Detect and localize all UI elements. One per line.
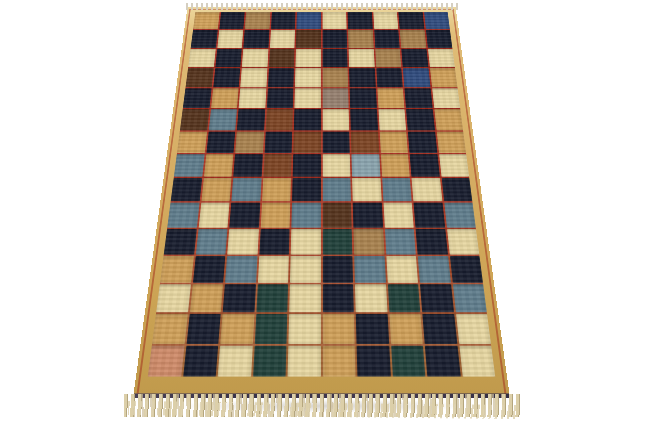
rug-square-dark-teal	[387, 284, 420, 312]
rug-square-red-brown	[293, 131, 320, 153]
rug-square-navy-black	[376, 68, 403, 87]
rug-square-tan-gold	[436, 131, 466, 153]
rug-square-dark-teal	[253, 345, 287, 376]
rug-square-dark-brown	[322, 203, 351, 228]
rug-square-cream	[412, 178, 443, 202]
rug-square-navy-black	[348, 12, 373, 29]
rug-row-9	[171, 178, 473, 202]
rug-square-navy-black	[398, 12, 424, 29]
rug-square-slate-blue	[452, 284, 486, 312]
rug-square-navy-black	[353, 203, 383, 228]
rug-row-2	[191, 30, 453, 48]
rug-square-dark-brown	[296, 30, 321, 48]
rug-square-light-brown-flecked	[322, 68, 348, 87]
rug-square-navy-black	[213, 68, 240, 87]
rug-square-light-brown-flecked	[235, 131, 264, 153]
rug-square-cream	[218, 345, 253, 376]
rug-square-navy-black	[243, 30, 269, 48]
rug-square-cream	[242, 49, 268, 67]
rug-square-cream	[459, 345, 495, 376]
rug-square-navy-black	[215, 49, 242, 67]
rug-square-light-brown-flecked	[375, 49, 401, 67]
rug-square-slate-blue	[322, 178, 351, 202]
rug-square-navy-black	[259, 229, 290, 255]
rug-square-navy-black	[183, 88, 211, 108]
rug-square-cream	[156, 284, 190, 312]
rug-square-red-brown	[351, 131, 379, 153]
rug-square-royal-blue	[296, 12, 320, 29]
rug-square-dark-brown	[180, 109, 209, 130]
rug-square-slate-blue	[231, 178, 261, 202]
rug-square-red-brown	[263, 154, 292, 177]
rug-square-navy-black	[186, 314, 221, 344]
rug-square-navy-black	[219, 12, 245, 29]
rug-square-navy-black	[357, 345, 391, 376]
rug-square-navy-black	[406, 109, 435, 130]
rug-square-cream	[291, 229, 321, 255]
rug-square-navy-black	[374, 30, 400, 48]
rug-square-cream	[373, 12, 398, 29]
rug-square-light-brown-flecked	[400, 30, 426, 48]
rug-square-slate-blue	[291, 203, 320, 228]
rug-square-cream	[349, 49, 375, 67]
rug-square-cream	[239, 88, 266, 108]
rug-square-slate-blue	[195, 229, 227, 255]
rug-row-15	[148, 345, 495, 376]
rug-square-tan-gold	[204, 154, 234, 177]
rug-square-cream	[322, 109, 349, 130]
rug-square-navy-black	[268, 68, 294, 87]
rug-square-light-brown-flecked	[245, 12, 270, 29]
rug-square-cream	[289, 284, 320, 312]
rug-square-tan-gold	[260, 203, 290, 228]
rug-square-light-brown-flecked	[348, 30, 373, 48]
rug-square-cream	[322, 12, 346, 29]
rug-square-tan-gold	[434, 109, 463, 130]
rug-square-navy-black	[322, 49, 347, 67]
rug-square-navy-black	[271, 12, 296, 29]
rug-square-tan-gold	[381, 154, 410, 177]
rug-square-navy-black	[206, 131, 235, 153]
rug-square-cream	[288, 314, 320, 344]
rug-square-slate-blue	[225, 256, 257, 283]
rug-square-navy-black	[192, 256, 225, 283]
rug-square-navy-black	[264, 131, 292, 153]
rug-square-navy-black	[164, 229, 197, 255]
rug-square-navy-black	[322, 30, 347, 48]
rug-square-cream	[257, 256, 288, 283]
rug-photo	[133, 7, 510, 398]
rug-square-navy-black	[449, 256, 482, 283]
rug-square-tan-gold	[430, 68, 458, 87]
rug-row-12	[160, 256, 483, 283]
rug-row-10	[167, 203, 476, 228]
rug-square-navy-black	[422, 314, 457, 344]
rug-square-navy-black	[191, 30, 218, 48]
rug-square-dark-teal	[256, 284, 288, 312]
rug-square-cream	[432, 88, 460, 108]
rug-square-slate-blue	[418, 256, 451, 283]
rug-square-tan-gold	[193, 12, 219, 29]
rug-row-11	[164, 229, 480, 255]
rug-square-slate-blue	[382, 178, 412, 202]
rug-square-tan-gold	[152, 314, 187, 344]
rug-square-salmon	[148, 345, 184, 376]
rug-square-tan-gold	[220, 314, 254, 344]
rug-square-cream	[439, 154, 469, 177]
rug-square-cream	[428, 49, 455, 67]
rug-square-cream	[270, 30, 295, 48]
rug-square-navy-black	[426, 30, 453, 48]
rug-square-navy-black	[441, 178, 472, 202]
rug-square-mauve-grey	[322, 88, 348, 108]
rug-square-cream	[378, 109, 406, 130]
rug-square-tan-gold	[211, 88, 239, 108]
rug-square-navy-black	[420, 284, 454, 312]
rug-square-slate-blue	[174, 154, 204, 177]
rug-square-cream	[198, 203, 229, 228]
rug-square-cream	[447, 229, 480, 255]
rug-square-tan-gold	[177, 131, 207, 153]
rug-row-1	[193, 12, 450, 29]
rug-square-cream	[290, 256, 321, 283]
rug-square-slate-blue	[354, 256, 385, 283]
photo-stage	[0, 0, 650, 433]
rug-row-3	[188, 49, 455, 67]
rug-square-slate-blue	[444, 203, 476, 228]
rug-bottom-fringe	[124, 394, 520, 417]
rug-square-tan-gold	[160, 256, 193, 283]
rug-square-dark-teal	[322, 229, 352, 255]
rug-square-tan-gold	[377, 88, 404, 108]
rug-row-6	[180, 109, 463, 130]
rug-row-8	[174, 154, 469, 177]
rug-square-light-slate	[351, 154, 380, 177]
rug-square-tan-gold	[322, 314, 354, 344]
rug-square-tan-gold	[322, 345, 355, 376]
rug-square-navy-black	[266, 88, 293, 108]
rug-square-cream	[295, 68, 321, 87]
rug-square-navy-black	[237, 109, 265, 130]
rug-square-royal-blue	[424, 12, 450, 29]
rug-square-navy-black	[322, 256, 353, 283]
rug-square-navy-black	[322, 131, 349, 153]
rug-row-7	[177, 131, 466, 153]
rug-square-cream	[294, 88, 320, 108]
rug-square-dark-teal	[254, 314, 287, 344]
rug-square-dark-teal	[391, 345, 426, 376]
rug-square-navy-black	[350, 109, 377, 130]
rug-square-cream	[188, 49, 215, 67]
rug-square-cream	[352, 178, 381, 202]
rug-square-slate-blue	[167, 203, 199, 228]
rug-square-navy-black	[223, 284, 256, 312]
rug-square-navy-black	[416, 229, 448, 255]
rug-row-13	[156, 284, 487, 312]
rug-square-navy-black	[350, 88, 377, 108]
rug-square-cream	[227, 229, 258, 255]
rug-square-tan-gold	[379, 131, 408, 153]
rug-square-royal-blue	[403, 68, 430, 87]
rug-square-cream	[240, 68, 267, 87]
rug-square-navy-black	[408, 131, 437, 153]
rug-row-14	[152, 314, 491, 344]
rug-square-navy-black	[183, 345, 218, 376]
rug-square-navy-black	[413, 203, 444, 228]
rug-square-tan-gold	[262, 178, 291, 202]
rug-square-navy-black	[233, 154, 262, 177]
rug-row-4	[186, 68, 458, 87]
rug-square-light-brown-flecked	[353, 229, 384, 255]
rug-square-cream	[355, 284, 387, 312]
rug-square-slate-blue	[208, 109, 237, 130]
rug-square-cream	[217, 30, 243, 48]
rug-square-dark-brown	[269, 49, 295, 67]
rug-square-cream	[295, 49, 320, 67]
rug-square-navy-black	[401, 49, 428, 67]
rug-square-navy-black	[356, 314, 389, 344]
rug-square-navy-black	[293, 154, 321, 177]
rug-square-tan-gold	[389, 314, 423, 344]
rug-square-navy-black	[404, 88, 432, 108]
rug-square-dark-brown	[186, 68, 214, 87]
rug-square-navy-black	[349, 68, 375, 87]
rug-square-navy-black	[229, 203, 260, 228]
rug-field	[148, 12, 495, 377]
rug-square-navy-black	[410, 154, 440, 177]
rug-square-navy-black	[171, 178, 202, 202]
rug-square-navy-black	[425, 345, 460, 376]
rug-square-cream	[288, 345, 321, 376]
rug-square-cream	[386, 256, 418, 283]
rug-square-tan-gold	[189, 284, 223, 312]
rug-square-cream	[383, 203, 414, 228]
rug-square-cream	[322, 154, 350, 177]
rug-square-red-brown	[265, 109, 292, 130]
rug-top-fringe	[186, 3, 458, 10]
rug-square-tan-gold	[201, 178, 232, 202]
rug-square-cream	[456, 314, 491, 344]
rug-row-5	[183, 88, 460, 108]
rug-square-navy-black	[292, 178, 321, 202]
rug-square-navy-black	[294, 109, 321, 130]
rug-square-navy-black	[322, 284, 353, 312]
rug-square-slate-blue	[384, 229, 415, 255]
